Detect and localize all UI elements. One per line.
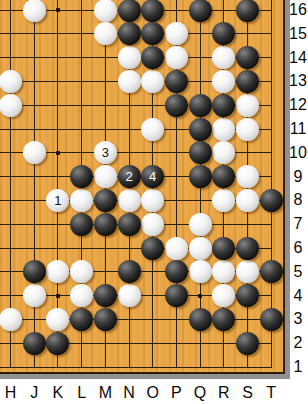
- black-stone-T8: [260, 189, 283, 212]
- black-stone-S4: [236, 284, 259, 307]
- white-stone-S11: [236, 118, 259, 141]
- black-stone-M4: [94, 284, 117, 307]
- white-stone-L8: [70, 189, 93, 212]
- column-label-L: L: [72, 384, 92, 402]
- black-stone-M7: [94, 213, 117, 236]
- white-stone-L5: [70, 260, 93, 283]
- white-stone-H12: [0, 94, 22, 117]
- black-stone-Q10: [189, 141, 212, 164]
- black-stone-N15: [118, 22, 141, 45]
- white-stone-P15: [165, 22, 188, 45]
- black-stone-S2: [236, 332, 259, 355]
- black-stone-M8: [94, 189, 117, 212]
- white-stone-S5: [236, 260, 259, 283]
- black-stone-K2: [46, 332, 69, 355]
- white-stone-P14: [165, 46, 188, 69]
- black-stone-O14: [141, 46, 164, 69]
- board[interactable]: 3124: [0, 0, 283, 372]
- black-stone-S13: [236, 70, 259, 93]
- black-stone-P5: [165, 260, 188, 283]
- white-stone-R4: [212, 284, 235, 307]
- black-stone-M3: [94, 308, 117, 331]
- black-stone-T3: [260, 308, 283, 331]
- row-label-8: 8: [288, 191, 308, 209]
- black-stone-N5: [118, 260, 141, 283]
- go-board-diagram: 3124 HJKLMNOPQRST 1615141312111098765432…: [0, 0, 308, 404]
- row-label-4: 4: [288, 287, 308, 305]
- star-point-K10: [56, 151, 60, 155]
- white-stone-M9: [94, 165, 117, 188]
- row-label-3: 3: [288, 310, 308, 328]
- white-stone-Q7: [189, 213, 212, 236]
- white-stone-S12: [236, 94, 259, 117]
- white-stone-N14: [118, 46, 141, 69]
- move-number-label-O9: 4: [149, 169, 156, 184]
- black-stone-P13: [165, 70, 188, 93]
- white-stone-J4: [23, 284, 46, 307]
- row-label-15: 15: [288, 25, 308, 43]
- grid-line-horizontal-1: [0, 367, 272, 368]
- move-number-label-K8: 1: [54, 193, 61, 208]
- black-stone-O16: [141, 0, 164, 22]
- black-stone-Q16: [189, 0, 212, 22]
- white-stone-L4: [70, 284, 93, 307]
- white-stone-O8: [141, 189, 164, 212]
- column-label-T: T: [261, 384, 281, 402]
- black-stone-R9: [212, 165, 235, 188]
- black-stone-P12: [165, 94, 188, 117]
- white-stone-N8: [118, 189, 141, 212]
- column-label-S: S: [238, 384, 258, 402]
- white-stone-O11: [141, 118, 164, 141]
- black-stone-O15: [141, 22, 164, 45]
- white-stone-S8: [236, 189, 259, 212]
- white-stone-Q6: [189, 237, 212, 260]
- grid-line-vertical-J: [34, 0, 35, 368]
- white-stone-R13: [212, 70, 235, 93]
- black-stone-Q11: [189, 118, 212, 141]
- white-stone-R11: [212, 118, 235, 141]
- column-label-N: N: [119, 384, 139, 402]
- column-label-R: R: [214, 384, 234, 402]
- row-label-12: 12: [288, 96, 308, 114]
- white-stone-R8: [212, 189, 235, 212]
- white-stone-S9: [236, 165, 259, 188]
- white-stone-H3: [0, 308, 22, 331]
- white-stone-N13: [118, 70, 141, 93]
- column-label-H: H: [1, 384, 21, 402]
- row-label-2: 2: [288, 334, 308, 352]
- white-stone-J16: [23, 0, 46, 22]
- black-stone-L3: [70, 308, 93, 331]
- black-stone-R6: [212, 237, 235, 260]
- white-stone-M15: [94, 22, 117, 45]
- white-stone-P6: [165, 237, 188, 260]
- white-stone-R14: [212, 46, 235, 69]
- white-stone-J10: [23, 141, 46, 164]
- row-label-10: 10: [288, 144, 308, 162]
- move-number-label-N9: 2: [125, 169, 132, 184]
- black-stone-Q9: [189, 165, 212, 188]
- move-number-label-M10: 3: [102, 145, 109, 160]
- black-stone-S6: [236, 237, 259, 260]
- column-label-J: J: [24, 384, 44, 402]
- white-stone-H13: [0, 70, 22, 93]
- white-stone-O13: [141, 70, 164, 93]
- white-stone-R10: [212, 141, 235, 164]
- row-label-13: 13: [288, 72, 308, 90]
- black-stone-T5: [260, 260, 283, 283]
- black-stone-R12: [212, 94, 235, 117]
- black-stone-N16: [118, 0, 141, 22]
- white-stone-O7: [141, 213, 164, 236]
- column-label-O: O: [143, 384, 163, 402]
- board-shadow-bottom: [0, 374, 290, 379]
- row-label-6: 6: [288, 239, 308, 257]
- column-label-K: K: [48, 384, 68, 402]
- black-stone-J5: [23, 260, 46, 283]
- white-stone-Q5: [189, 260, 212, 283]
- row-label-9: 9: [288, 168, 308, 186]
- row-label-1: 1: [288, 358, 308, 376]
- row-label-11: 11: [288, 120, 308, 138]
- black-stone-S16: [236, 0, 259, 22]
- black-stone-Q3: [189, 308, 212, 331]
- white-stone-N4: [118, 284, 141, 307]
- column-label-M: M: [95, 384, 115, 402]
- black-stone-R15: [212, 22, 235, 45]
- black-stone-O9: 4: [141, 165, 164, 188]
- column-label-P: P: [166, 384, 186, 402]
- black-stone-N9: 2: [118, 165, 141, 188]
- black-stone-O6: [141, 237, 164, 260]
- column-label-Q: Q: [190, 384, 210, 402]
- row-label-16: 16: [288, 1, 308, 19]
- black-stone-Q12: [189, 94, 212, 117]
- row-label-5: 5: [288, 263, 308, 281]
- star-point-K16: [56, 8, 60, 12]
- black-stone-R3: [212, 308, 235, 331]
- black-stone-S14: [236, 46, 259, 69]
- white-stone-R5: [212, 260, 235, 283]
- white-stone-K8: 1: [46, 189, 69, 212]
- black-stone-J2: [23, 332, 46, 355]
- white-stone-K5: [46, 260, 69, 283]
- row-label-14: 14: [288, 49, 308, 67]
- row-label-7: 7: [288, 215, 308, 233]
- star-point-K4: [56, 294, 60, 298]
- white-stone-M16: [94, 0, 117, 22]
- black-stone-L7: [70, 213, 93, 236]
- black-stone-P4: [165, 284, 188, 307]
- white-stone-K3: [46, 308, 69, 331]
- black-stone-L9: [70, 165, 93, 188]
- black-stone-N7: [118, 213, 141, 236]
- white-stone-M10: 3: [94, 141, 117, 164]
- star-point-Q4: [198, 294, 202, 298]
